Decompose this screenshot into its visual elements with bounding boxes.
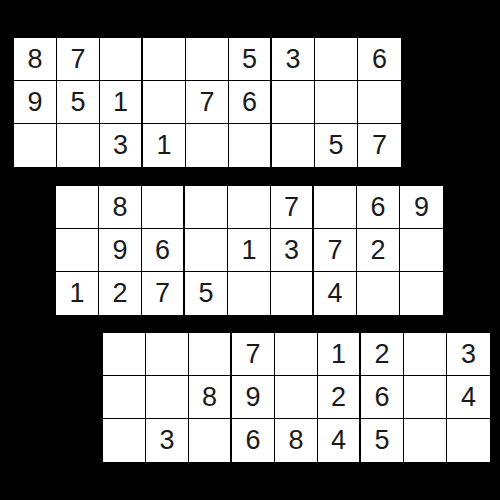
cell-r4c1[interactable] (56, 186, 99, 229)
cell-r9c7[interactable]: 5 (361, 419, 404, 462)
cell-r9c1[interactable] (103, 419, 146, 462)
cell-r5c1[interactable] (56, 229, 99, 272)
cell-r7c3[interactable] (189, 333, 232, 376)
cell-r9c2[interactable]: 3 (146, 419, 189, 462)
sudoku-puzzle: 87536951763157 876996137212754 712389264… (0, 0, 500, 500)
cell-r2c3[interactable]: 1 (100, 81, 143, 124)
cell-r3c5[interactable] (186, 124, 229, 167)
cell-r8c8[interactable] (404, 376, 447, 419)
cell-r6c6[interactable] (271, 272, 314, 315)
cell-r7c7[interactable]: 2 (361, 333, 404, 376)
sudoku-band-rows-7-9: 71238926436845 (100, 330, 493, 465)
cell-r2c4[interactable] (143, 81, 186, 124)
cell-r5c9[interactable] (400, 229, 443, 272)
cell-r4c3[interactable] (142, 186, 185, 229)
cell-r7c2[interactable] (146, 333, 189, 376)
cell-r8c7[interactable]: 6 (361, 376, 404, 419)
cell-r4c9[interactable]: 9 (400, 186, 443, 229)
cell-r7c1[interactable] (103, 333, 146, 376)
cell-r5c6[interactable]: 3 (271, 229, 314, 272)
cell-r6c8[interactable] (357, 272, 400, 315)
cell-r4c8[interactable]: 6 (357, 186, 400, 229)
cell-r2c1[interactable]: 9 (14, 81, 57, 124)
cell-r2c6[interactable]: 6 (229, 81, 272, 124)
cell-r7c4[interactable]: 7 (232, 333, 275, 376)
cell-r6c5[interactable] (228, 272, 271, 315)
cell-r1c4[interactable] (143, 38, 186, 81)
cell-r1c1[interactable]: 8 (14, 38, 57, 81)
cell-r7c6[interactable]: 1 (318, 333, 361, 376)
cell-r3c4[interactable]: 1 (143, 124, 186, 167)
cell-r1c2[interactable]: 7 (57, 38, 100, 81)
cell-r9c4[interactable]: 6 (232, 419, 275, 462)
cell-r3c2[interactable] (57, 124, 100, 167)
sudoku-grid-band-3: 71238926436845 (103, 333, 490, 462)
sudoku-band-rows-1-3: 87536951763157 (11, 35, 404, 170)
cell-r2c2[interactable]: 5 (57, 81, 100, 124)
cell-r3c8[interactable]: 5 (315, 124, 358, 167)
cell-r5c2[interactable]: 9 (99, 229, 142, 272)
cell-r3c1[interactable] (14, 124, 57, 167)
cell-r2c8[interactable] (315, 81, 358, 124)
cell-r8c1[interactable] (103, 376, 146, 419)
cell-r4c4[interactable] (185, 186, 228, 229)
cell-r6c4[interactable]: 5 (185, 272, 228, 315)
cell-r8c3[interactable]: 8 (189, 376, 232, 419)
cell-r2c5[interactable]: 7 (186, 81, 229, 124)
cell-r5c8[interactable]: 2 (357, 229, 400, 272)
cell-r8c4[interactable]: 9 (232, 376, 275, 419)
cell-r3c3[interactable]: 3 (100, 124, 143, 167)
cell-r9c8[interactable] (404, 419, 447, 462)
cell-r9c3[interactable] (189, 419, 232, 462)
cell-r6c7[interactable]: 4 (314, 272, 357, 315)
cell-r8c6[interactable]: 2 (318, 376, 361, 419)
cell-r3c9[interactable]: 7 (358, 124, 401, 167)
cell-r6c1[interactable]: 1 (56, 272, 99, 315)
cell-r5c7[interactable]: 7 (314, 229, 357, 272)
cell-r2c9[interactable] (358, 81, 401, 124)
cell-r5c4[interactable] (185, 229, 228, 272)
cell-r1c3[interactable] (100, 38, 143, 81)
cell-r6c9[interactable] (400, 272, 443, 315)
cell-r5c3[interactable]: 6 (142, 229, 185, 272)
cell-r1c6[interactable]: 5 (229, 38, 272, 81)
cell-r1c9[interactable]: 6 (358, 38, 401, 81)
cell-r3c6[interactable] (229, 124, 272, 167)
cell-r6c3[interactable]: 7 (142, 272, 185, 315)
cell-r7c5[interactable] (275, 333, 318, 376)
cell-r1c7[interactable]: 3 (272, 38, 315, 81)
sudoku-grid-band-1: 87536951763157 (14, 38, 401, 167)
cell-r3c7[interactable] (272, 124, 315, 167)
cell-r4c5[interactable] (228, 186, 271, 229)
cell-r6c2[interactable]: 2 (99, 272, 142, 315)
cell-r1c8[interactable] (315, 38, 358, 81)
cell-r5c5[interactable]: 1 (228, 229, 271, 272)
cell-r4c6[interactable]: 7 (271, 186, 314, 229)
cell-r7c9[interactable]: 3 (447, 333, 490, 376)
cell-r4c2[interactable]: 8 (99, 186, 142, 229)
cell-r8c9[interactable]: 4 (447, 376, 490, 419)
cell-r1c5[interactable] (186, 38, 229, 81)
cell-r8c5[interactable] (275, 376, 318, 419)
cell-r9c6[interactable]: 4 (318, 419, 361, 462)
cell-r8c2[interactable] (146, 376, 189, 419)
cell-r7c8[interactable] (404, 333, 447, 376)
cell-r2c7[interactable] (272, 81, 315, 124)
cell-r9c5[interactable]: 8 (275, 419, 318, 462)
cell-r4c7[interactable] (314, 186, 357, 229)
sudoku-band-rows-4-6: 876996137212754 (53, 183, 446, 318)
cell-r9c9[interactable] (447, 419, 490, 462)
sudoku-grid-band-2: 876996137212754 (56, 186, 443, 315)
